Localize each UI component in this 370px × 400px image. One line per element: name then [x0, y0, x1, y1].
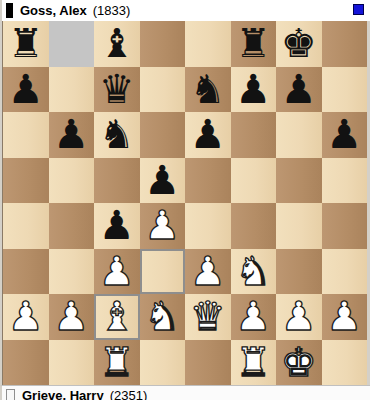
piece-black-queen[interactable]: ♛ — [99, 67, 135, 112]
square-c5[interactable] — [94, 158, 140, 204]
piece-white-pawn[interactable]: ♟ — [190, 249, 226, 294]
bottom-player-bar: Grieve, Harry (2351) — [0, 385, 370, 400]
square-b4[interactable] — [49, 203, 95, 249]
blue-square-icon — [353, 4, 364, 15]
piece-white-bishop[interactable]: ♝ — [99, 294, 135, 339]
square-d4[interactable]: ♟ — [140, 203, 186, 249]
square-h8[interactable] — [322, 21, 368, 67]
piece-white-pawn[interactable]: ♟ — [99, 249, 135, 294]
square-f6[interactable] — [231, 112, 277, 158]
piece-black-pawn[interactable]: ♟ — [8, 67, 44, 112]
square-d5[interactable]: ♟ — [140, 158, 186, 204]
square-d1[interactable] — [140, 340, 186, 386]
square-h5[interactable] — [322, 158, 368, 204]
square-e6[interactable]: ♟ — [185, 112, 231, 158]
square-e5[interactable] — [185, 158, 231, 204]
square-f5[interactable] — [231, 158, 277, 204]
piece-white-knight[interactable]: ♞ — [144, 294, 180, 339]
square-a2[interactable]: ♟ — [3, 294, 49, 340]
square-f2[interactable]: ♟ — [231, 294, 277, 340]
square-b2[interactable]: ♟ — [49, 294, 95, 340]
square-g4[interactable] — [276, 203, 322, 249]
piece-black-pawn[interactable]: ♟ — [235, 67, 271, 112]
square-b7[interactable] — [49, 67, 95, 113]
chess-app-window: Goss, Alex (1833) ♜♝♜♚♟♛♞♟♟♟♞♟♟♟♟♟♟♟♞♟♟♝… — [0, 0, 370, 400]
black-color-indicator-icon — [6, 3, 13, 18]
top-player-rating: (1833) — [93, 3, 131, 18]
piece-black-rook[interactable]: ♜ — [8, 21, 44, 66]
square-f4[interactable] — [231, 203, 277, 249]
square-e3[interactable]: ♟ — [185, 249, 231, 295]
square-g3[interactable] — [276, 249, 322, 295]
piece-white-pawn[interactable]: ♟ — [326, 294, 362, 339]
square-b1[interactable] — [49, 340, 95, 386]
piece-white-pawn[interactable]: ♟ — [281, 294, 317, 339]
square-d3[interactable] — [140, 249, 186, 295]
piece-white-queen[interactable]: ♛ — [190, 294, 226, 339]
square-a8[interactable]: ♜ — [3, 21, 49, 67]
square-a5[interactable] — [3, 158, 49, 204]
piece-black-pawn[interactable]: ♟ — [190, 112, 226, 157]
bottom-player-name: Grieve, Harry — [22, 388, 104, 400]
square-b3[interactable] — [49, 249, 95, 295]
square-b8[interactable] — [49, 21, 95, 67]
square-g1[interactable]: ♚ — [276, 340, 322, 386]
piece-white-rook[interactable]: ♜ — [235, 340, 271, 385]
square-b5[interactable] — [49, 158, 95, 204]
piece-black-pawn[interactable]: ♟ — [99, 203, 135, 248]
square-e8[interactable] — [185, 21, 231, 67]
square-f3[interactable]: ♞ — [231, 249, 277, 295]
piece-white-pawn[interactable]: ♟ — [144, 203, 180, 248]
square-d7[interactable] — [140, 67, 186, 113]
square-g5[interactable] — [276, 158, 322, 204]
square-c1[interactable]: ♜ — [94, 340, 140, 386]
square-h7[interactable] — [322, 67, 368, 113]
square-f1[interactable]: ♜ — [231, 340, 277, 386]
square-e4[interactable] — [185, 203, 231, 249]
square-d6[interactable] — [140, 112, 186, 158]
square-g6[interactable] — [276, 112, 322, 158]
square-c6[interactable]: ♞ — [94, 112, 140, 158]
square-a4[interactable] — [3, 203, 49, 249]
square-a6[interactable] — [3, 112, 49, 158]
square-f8[interactable]: ♜ — [231, 21, 277, 67]
square-g8[interactable]: ♚ — [276, 21, 322, 67]
piece-white-rook[interactable]: ♜ — [99, 340, 135, 385]
square-c4[interactable]: ♟ — [94, 203, 140, 249]
bottom-player-rating: (2351) — [110, 388, 148, 400]
top-player-name: Goss, Alex — [20, 3, 87, 18]
square-e7[interactable]: ♞ — [185, 67, 231, 113]
top-player-bar: Goss, Alex (1833) — [0, 0, 370, 21]
square-a7[interactable]: ♟ — [3, 67, 49, 113]
square-h3[interactable] — [322, 249, 368, 295]
white-color-indicator-icon — [6, 389, 15, 400]
square-d2[interactable]: ♞ — [140, 294, 186, 340]
piece-black-pawn[interactable]: ♟ — [144, 158, 180, 203]
piece-white-pawn[interactable]: ♟ — [53, 294, 89, 339]
square-b6[interactable]: ♟ — [49, 112, 95, 158]
square-a1[interactable] — [3, 340, 49, 386]
square-c8[interactable]: ♝ — [94, 21, 140, 67]
square-d8[interactable] — [140, 21, 186, 67]
piece-white-pawn[interactable]: ♟ — [235, 294, 271, 339]
square-c3[interactable]: ♟ — [94, 249, 140, 295]
square-h4[interactable] — [322, 203, 368, 249]
piece-black-pawn[interactable]: ♟ — [53, 112, 89, 157]
square-h1[interactable] — [322, 340, 368, 386]
piece-black-king[interactable]: ♚ — [281, 21, 317, 66]
piece-white-king[interactable]: ♚ — [281, 340, 317, 385]
square-g7[interactable]: ♟ — [276, 67, 322, 113]
square-e1[interactable] — [185, 340, 231, 386]
piece-white-knight[interactable]: ♞ — [235, 249, 271, 294]
square-c7[interactable]: ♛ — [94, 67, 140, 113]
piece-black-bishop[interactable]: ♝ — [99, 21, 135, 66]
piece-black-knight[interactable]: ♞ — [99, 112, 135, 157]
chess-board[interactable]: ♜♝♜♚♟♛♞♟♟♟♞♟♟♟♟♟♟♟♞♟♟♝♞♛♟♟♟♜♜♚ — [2, 21, 367, 385]
piece-white-pawn[interactable]: ♟ — [8, 294, 44, 339]
piece-black-knight[interactable]: ♞ — [190, 67, 226, 112]
square-h6[interactable]: ♟ — [322, 112, 368, 158]
square-g2[interactable]: ♟ — [276, 294, 322, 340]
square-f7[interactable]: ♟ — [231, 67, 277, 113]
square-h2[interactable]: ♟ — [322, 294, 368, 340]
piece-black-pawn[interactable]: ♟ — [326, 112, 362, 157]
piece-black-pawn[interactable]: ♟ — [281, 67, 317, 112]
piece-black-rook[interactable]: ♜ — [235, 21, 271, 66]
square-a3[interactable] — [3, 249, 49, 295]
square-c2[interactable]: ♝ — [94, 294, 140, 340]
square-e2[interactable]: ♛ — [185, 294, 231, 340]
